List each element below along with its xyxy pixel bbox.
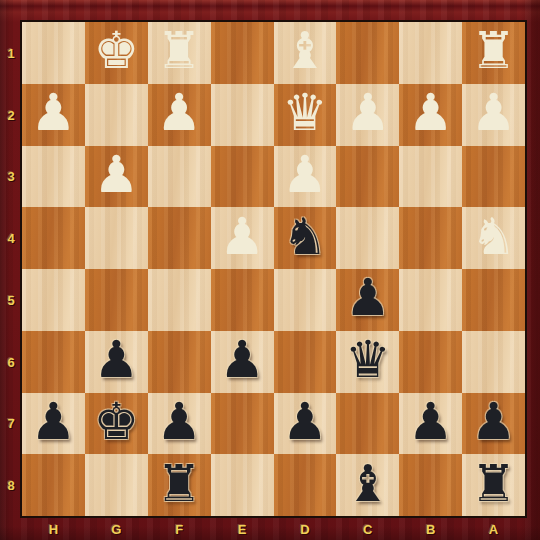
white-pawn-a2[interactable]: ♟ bbox=[471, 87, 517, 138]
rank-label-8: 8 bbox=[7, 478, 14, 493]
square-h3[interactable] bbox=[22, 146, 85, 208]
square-e8[interactable] bbox=[211, 454, 274, 516]
square-d4[interactable]: ♞ bbox=[274, 207, 337, 269]
board: ♚♜♝♜♟♟♛♟♟♟♟♟♟♞♞♟♟♟♛♟♚♟♟♟♟♜♝♜ bbox=[20, 20, 527, 518]
file-label-f: F bbox=[175, 522, 183, 537]
square-d6[interactable] bbox=[274, 331, 337, 393]
square-g3[interactable]: ♟ bbox=[85, 146, 148, 208]
black-pawn-e6[interactable]: ♟ bbox=[219, 334, 265, 385]
square-b1[interactable] bbox=[399, 22, 462, 84]
square-e2[interactable] bbox=[211, 84, 274, 146]
square-e6[interactable]: ♟ bbox=[211, 331, 274, 393]
chessboard-frame: ♚♜♝♜♟♟♛♟♟♟♟♟♟♞♞♟♟♟♛♟♚♟♟♟♟♜♝♜ 12345678 HG… bbox=[0, 0, 540, 540]
square-a7[interactable]: ♟ bbox=[462, 393, 525, 455]
white-knight-a4[interactable]: ♞ bbox=[471, 211, 517, 262]
black-queen-c6[interactable]: ♛ bbox=[345, 334, 391, 385]
square-g4[interactable] bbox=[85, 207, 148, 269]
square-h4[interactable] bbox=[22, 207, 85, 269]
square-d1[interactable]: ♝ bbox=[274, 22, 337, 84]
file-label-c: C bbox=[363, 522, 372, 537]
square-h2[interactable]: ♟ bbox=[22, 84, 85, 146]
square-d2[interactable]: ♛ bbox=[274, 84, 337, 146]
square-a8[interactable]: ♜ bbox=[462, 454, 525, 516]
file-label-h: H bbox=[49, 522, 58, 537]
square-g7[interactable]: ♚ bbox=[85, 393, 148, 455]
square-c2[interactable]: ♟ bbox=[336, 84, 399, 146]
square-c1[interactable] bbox=[336, 22, 399, 84]
square-f5[interactable] bbox=[148, 269, 211, 331]
white-rook-f1[interactable]: ♜ bbox=[156, 25, 202, 76]
square-c5[interactable]: ♟ bbox=[336, 269, 399, 331]
square-f3[interactable] bbox=[148, 146, 211, 208]
square-f1[interactable]: ♜ bbox=[148, 22, 211, 84]
square-g8[interactable] bbox=[85, 454, 148, 516]
square-f4[interactable] bbox=[148, 207, 211, 269]
white-king-g1[interactable]: ♚ bbox=[93, 25, 139, 76]
rank-label-3: 3 bbox=[7, 169, 14, 184]
square-e4[interactable]: ♟ bbox=[211, 207, 274, 269]
square-a4[interactable]: ♞ bbox=[462, 207, 525, 269]
square-c8[interactable]: ♝ bbox=[336, 454, 399, 516]
black-pawn-f7[interactable]: ♟ bbox=[156, 396, 202, 447]
square-g6[interactable]: ♟ bbox=[85, 331, 148, 393]
white-bishop-d1[interactable]: ♝ bbox=[282, 25, 328, 76]
square-b2[interactable]: ♟ bbox=[399, 84, 462, 146]
square-f2[interactable]: ♟ bbox=[148, 84, 211, 146]
square-a5[interactable] bbox=[462, 269, 525, 331]
file-label-g: G bbox=[111, 522, 121, 537]
black-pawn-g6[interactable]: ♟ bbox=[93, 334, 139, 385]
square-g2[interactable] bbox=[85, 84, 148, 146]
black-pawn-d7[interactable]: ♟ bbox=[282, 396, 328, 447]
white-pawn-c2[interactable]: ♟ bbox=[345, 87, 391, 138]
rank-label-6: 6 bbox=[7, 354, 14, 369]
square-a3[interactable] bbox=[462, 146, 525, 208]
file-label-d: D bbox=[300, 522, 309, 537]
rank-label-1: 1 bbox=[7, 45, 14, 60]
square-g5[interactable] bbox=[85, 269, 148, 331]
black-rook-f8[interactable]: ♜ bbox=[156, 458, 202, 509]
square-a6[interactable] bbox=[462, 331, 525, 393]
square-a2[interactable]: ♟ bbox=[462, 84, 525, 146]
black-pawn-b7[interactable]: ♟ bbox=[408, 396, 454, 447]
square-h8[interactable] bbox=[22, 454, 85, 516]
square-h7[interactable]: ♟ bbox=[22, 393, 85, 455]
white-pawn-g3[interactable]: ♟ bbox=[93, 149, 139, 200]
file-label-b: B bbox=[426, 522, 435, 537]
file-label-a: A bbox=[489, 522, 498, 537]
rank-label-7: 7 bbox=[7, 416, 14, 431]
white-pawn-f2[interactable]: ♟ bbox=[156, 87, 202, 138]
black-knight-d4[interactable]: ♞ bbox=[282, 211, 328, 262]
square-b5[interactable] bbox=[399, 269, 462, 331]
white-queen-d2[interactable]: ♛ bbox=[282, 87, 328, 138]
square-h5[interactable] bbox=[22, 269, 85, 331]
black-king-g7[interactable]: ♚ bbox=[93, 396, 139, 447]
square-d8[interactable] bbox=[274, 454, 337, 516]
square-e3[interactable] bbox=[211, 146, 274, 208]
black-rook-a8[interactable]: ♜ bbox=[471, 458, 517, 509]
square-e1[interactable] bbox=[211, 22, 274, 84]
square-d5[interactable] bbox=[274, 269, 337, 331]
square-e7[interactable] bbox=[211, 393, 274, 455]
square-a1[interactable]: ♜ bbox=[462, 22, 525, 84]
square-c3[interactable] bbox=[336, 146, 399, 208]
white-rook-a1[interactable]: ♜ bbox=[471, 25, 517, 76]
square-b6[interactable] bbox=[399, 331, 462, 393]
file-label-e: E bbox=[238, 522, 247, 537]
square-b7[interactable]: ♟ bbox=[399, 393, 462, 455]
square-e5[interactable] bbox=[211, 269, 274, 331]
rank-label-5: 5 bbox=[7, 292, 14, 307]
white-pawn-h2[interactable]: ♟ bbox=[31, 87, 77, 138]
square-f8[interactable]: ♜ bbox=[148, 454, 211, 516]
white-pawn-d3[interactable]: ♟ bbox=[282, 149, 328, 200]
black-pawn-h7[interactable]: ♟ bbox=[31, 396, 77, 447]
square-b3[interactable] bbox=[399, 146, 462, 208]
square-f6[interactable] bbox=[148, 331, 211, 393]
black-bishop-c8[interactable]: ♝ bbox=[345, 458, 391, 509]
square-h6[interactable] bbox=[22, 331, 85, 393]
square-g1[interactable]: ♚ bbox=[85, 22, 148, 84]
square-c6[interactable]: ♛ bbox=[336, 331, 399, 393]
white-pawn-e4[interactable]: ♟ bbox=[219, 211, 265, 262]
square-b8[interactable] bbox=[399, 454, 462, 516]
square-b4[interactable] bbox=[399, 207, 462, 269]
white-pawn-b2[interactable]: ♟ bbox=[408, 87, 454, 138]
square-d7[interactable]: ♟ bbox=[274, 393, 337, 455]
square-h1[interactable] bbox=[22, 22, 85, 84]
square-f7[interactable]: ♟ bbox=[148, 393, 211, 455]
black-pawn-c5[interactable]: ♟ bbox=[345, 272, 391, 323]
rank-label-2: 2 bbox=[7, 107, 14, 122]
square-c7[interactable] bbox=[336, 393, 399, 455]
square-c4[interactable] bbox=[336, 207, 399, 269]
black-pawn-a7[interactable]: ♟ bbox=[471, 396, 517, 447]
rank-label-4: 4 bbox=[7, 231, 14, 246]
square-d3[interactable]: ♟ bbox=[274, 146, 337, 208]
